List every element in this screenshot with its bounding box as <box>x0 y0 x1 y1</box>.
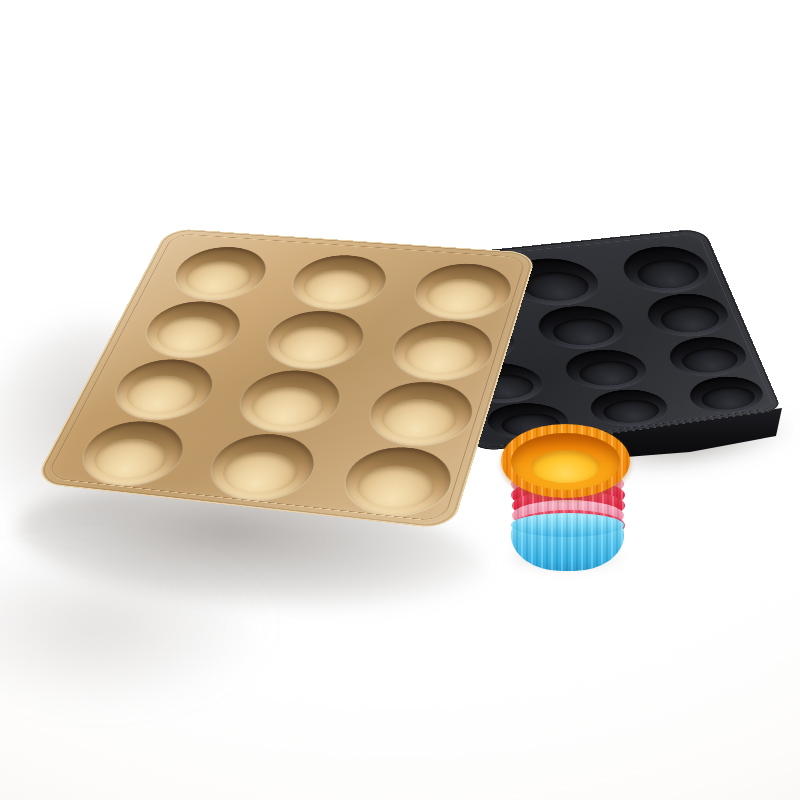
muffin-cup-floor <box>677 345 743 375</box>
muffin-cup <box>360 378 480 449</box>
muffin-cup-floor <box>119 373 204 416</box>
blue-cup-rim <box>511 513 624 537</box>
muffin-cup <box>135 298 250 361</box>
muffin-cup-floor <box>631 257 704 291</box>
muffin-cup-floor <box>149 314 231 354</box>
muffin-cup <box>257 308 373 372</box>
muffin-cup-floor <box>178 259 258 296</box>
muffin-cup-floor <box>399 334 483 376</box>
orange-cup-interior <box>511 433 620 490</box>
muffin-cup <box>638 290 735 340</box>
orange-silicone-cup <box>501 424 630 498</box>
muffin-cup <box>384 318 500 384</box>
muffin-cup-floor <box>421 276 502 315</box>
blue-silicone-cup <box>511 519 624 571</box>
muffin-cup-floor <box>86 435 175 482</box>
muffin-cup <box>104 356 224 423</box>
muffin-cup-floor <box>297 268 377 306</box>
muffin-cup-floor <box>244 384 330 428</box>
muffin-cup <box>661 333 753 380</box>
muffin-cup <box>229 367 349 436</box>
muffin-cup <box>164 244 275 302</box>
muffin-cup <box>555 346 655 394</box>
product-photo <box>0 0 800 800</box>
muffin-cup-floor <box>351 462 441 512</box>
muffin-cup <box>70 417 194 490</box>
muffin-cup <box>613 243 716 297</box>
silicone-cup-stack <box>498 418 638 578</box>
muffin-cup <box>335 443 460 520</box>
muffin-cup-floor <box>272 324 355 365</box>
muffin-cup-floor <box>655 303 724 335</box>
muffin-cup-floor <box>215 448 304 496</box>
muffin-cup <box>407 261 519 322</box>
muffin-cup <box>527 302 633 353</box>
muffin-cup <box>682 373 770 417</box>
muffin-cup-floor <box>697 384 759 412</box>
muffin-cup-floor <box>376 396 463 442</box>
muffin-cup <box>200 430 325 505</box>
muffin-cup-floor <box>546 315 621 348</box>
muffin-cup-floor <box>573 358 644 389</box>
muffin-cup <box>283 252 395 312</box>
